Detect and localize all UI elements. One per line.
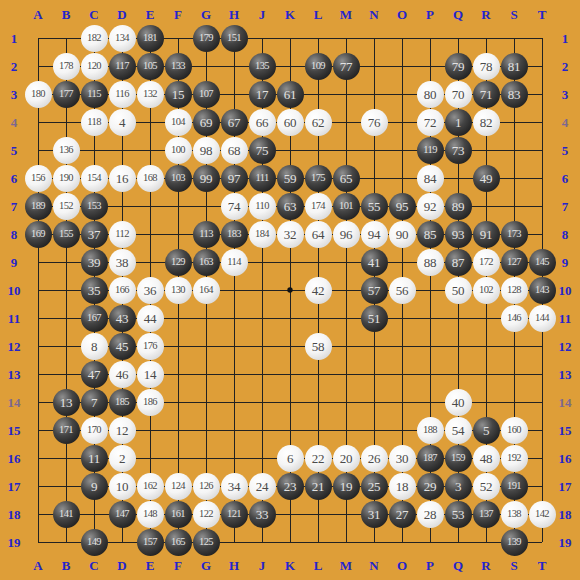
move-number: 52 — [480, 480, 492, 493]
white-stone-O8[interactable]: 90 — [389, 221, 416, 248]
move-number: 98 — [200, 144, 212, 157]
row-label-right-15: 15 — [559, 424, 572, 437]
white-stone-R10[interactable]: 102 — [473, 277, 500, 304]
row-label-right-14: 14 — [559, 396, 572, 409]
white-stone-M16[interactable]: 20 — [333, 445, 360, 472]
white-stone-P9[interactable]: 88 — [417, 249, 444, 276]
black-stone-M6[interactable]: 65 — [333, 165, 360, 192]
black-stone-F6[interactable]: 103 — [165, 165, 192, 192]
move-number: 70 — [452, 88, 464, 101]
white-stone-H9[interactable]: 114 — [221, 249, 248, 276]
white-stone-H17[interactable]: 34 — [221, 473, 248, 500]
black-stone-N9[interactable]: 41 — [361, 249, 388, 276]
white-stone-S11[interactable]: 146 — [501, 305, 528, 332]
black-stone-A7[interactable]: 189 — [25, 193, 52, 220]
white-stone-J4[interactable]: 66 — [249, 109, 276, 136]
white-stone-E17[interactable]: 162 — [137, 473, 164, 500]
move-number: 119 — [423, 145, 437, 156]
black-stone-B3[interactable]: 177 — [53, 81, 80, 108]
white-stone-A6[interactable]: 156 — [25, 165, 52, 192]
black-stone-C8[interactable]: 37 — [81, 221, 108, 248]
black-stone-S8[interactable]: 173 — [501, 221, 528, 248]
black-stone-T10[interactable]: 143 — [529, 277, 556, 304]
white-stone-P18[interactable]: 28 — [417, 501, 444, 528]
black-stone-C9[interactable]: 39 — [81, 249, 108, 276]
black-stone-B15[interactable]: 171 — [53, 417, 80, 444]
white-stone-E13[interactable]: 14 — [137, 361, 164, 388]
move-number: 144 — [535, 313, 549, 324]
white-stone-N8[interactable]: 94 — [361, 221, 388, 248]
white-stone-E14[interactable]: 186 — [137, 389, 164, 416]
black-stone-F2[interactable]: 133 — [165, 53, 192, 80]
white-stone-O16[interactable]: 30 — [389, 445, 416, 472]
row-label-right-2: 2 — [562, 60, 569, 73]
black-stone-G19[interactable]: 125 — [193, 529, 220, 556]
white-stone-E12[interactable]: 176 — [137, 333, 164, 360]
black-stone-F18[interactable]: 161 — [165, 501, 192, 528]
white-stone-J8[interactable]: 184 — [249, 221, 276, 248]
white-stone-C2[interactable]: 120 — [81, 53, 108, 80]
move-number: 178 — [59, 61, 73, 72]
white-stone-R2[interactable]: 78 — [473, 53, 500, 80]
black-stone-J6[interactable]: 111 — [249, 165, 276, 192]
black-stone-C11[interactable]: 167 — [81, 305, 108, 332]
black-stone-R15[interactable]: 5 — [473, 417, 500, 444]
black-stone-C17[interactable]: 9 — [81, 473, 108, 500]
row-label-right-17: 17 — [559, 480, 572, 493]
row-label-left-12: 12 — [8, 340, 21, 353]
black-stone-D18[interactable]: 147 — [109, 501, 136, 528]
row-label-left-14: 14 — [8, 396, 21, 409]
move-number: 58 — [312, 340, 324, 353]
col-label-top-N: N — [369, 8, 378, 21]
white-stone-M8[interactable]: 96 — [333, 221, 360, 248]
black-stone-M17[interactable]: 19 — [333, 473, 360, 500]
white-stone-D1[interactable]: 134 — [109, 25, 136, 52]
black-stone-O7[interactable]: 95 — [389, 193, 416, 220]
row-label-left-18: 18 — [8, 508, 21, 521]
white-stone-B6[interactable]: 190 — [53, 165, 80, 192]
white-stone-G10[interactable]: 164 — [193, 277, 220, 304]
black-stone-E2[interactable]: 105 — [137, 53, 164, 80]
black-stone-Q17[interactable]: 3 — [445, 473, 472, 500]
white-stone-G5[interactable]: 98 — [193, 137, 220, 164]
black-stone-J5[interactable]: 75 — [249, 137, 276, 164]
move-number: 42 — [312, 284, 324, 297]
move-number: 181 — [143, 33, 157, 44]
black-stone-B8[interactable]: 155 — [53, 221, 80, 248]
white-stone-S18[interactable]: 138 — [501, 501, 528, 528]
black-stone-D11[interactable]: 43 — [109, 305, 136, 332]
white-stone-Q14[interactable]: 40 — [445, 389, 472, 416]
black-stone-P8[interactable]: 85 — [417, 221, 444, 248]
black-stone-R8[interactable]: 91 — [473, 221, 500, 248]
white-stone-D4[interactable]: 4 — [109, 109, 136, 136]
move-number: 126 — [199, 481, 213, 492]
black-stone-C19[interactable]: 149 — [81, 529, 108, 556]
col-label-top-R: R — [481, 8, 490, 21]
move-number: 67 — [228, 116, 240, 129]
black-stone-J3[interactable]: 17 — [249, 81, 276, 108]
move-number: 185 — [115, 397, 129, 408]
black-stone-H8[interactable]: 183 — [221, 221, 248, 248]
move-number: 129 — [171, 257, 185, 268]
move-number: 13 — [60, 396, 72, 409]
white-stone-F5[interactable]: 100 — [165, 137, 192, 164]
move-number: 145 — [535, 257, 549, 268]
move-number: 2 — [119, 452, 125, 465]
black-stone-F3[interactable]: 15 — [165, 81, 192, 108]
black-stone-P17[interactable]: 29 — [417, 473, 444, 500]
black-stone-B18[interactable]: 141 — [53, 501, 80, 528]
white-stone-L8[interactable]: 64 — [305, 221, 332, 248]
move-number: 60 — [284, 116, 296, 129]
black-stone-N17[interactable]: 25 — [361, 473, 388, 500]
move-number: 87 — [452, 256, 464, 269]
black-stone-E19[interactable]: 157 — [137, 529, 164, 556]
black-stone-P16[interactable]: 187 — [417, 445, 444, 472]
black-stone-C10[interactable]: 35 — [81, 277, 108, 304]
black-stone-C14[interactable]: 7 — [81, 389, 108, 416]
white-stone-C1[interactable]: 182 — [81, 25, 108, 52]
white-stone-K4[interactable]: 60 — [277, 109, 304, 136]
white-stone-G17[interactable]: 126 — [193, 473, 220, 500]
move-number: 77 — [340, 60, 352, 73]
move-number: 130 — [171, 285, 185, 296]
move-number: 6 — [287, 452, 293, 465]
white-stone-L12[interactable]: 58 — [305, 333, 332, 360]
black-stone-J18[interactable]: 33 — [249, 501, 276, 528]
white-stone-N16[interactable]: 26 — [361, 445, 388, 472]
move-number: 30 — [396, 452, 408, 465]
black-stone-F9[interactable]: 129 — [165, 249, 192, 276]
move-number: 184 — [255, 229, 269, 240]
move-number: 192 — [507, 453, 521, 464]
move-number: 69 — [200, 116, 212, 129]
white-stone-E11[interactable]: 44 — [137, 305, 164, 332]
move-number: 61 — [284, 88, 296, 101]
move-number: 191 — [507, 481, 521, 492]
white-stone-P15[interactable]: 188 — [417, 417, 444, 444]
white-stone-K8[interactable]: 32 — [277, 221, 304, 248]
move-number: 15 — [172, 88, 184, 101]
black-stone-N10[interactable]: 57 — [361, 277, 388, 304]
row-label-left-8: 8 — [11, 228, 18, 241]
white-stone-D9[interactable]: 38 — [109, 249, 136, 276]
black-stone-O18[interactable]: 27 — [389, 501, 416, 528]
white-stone-S10[interactable]: 128 — [501, 277, 528, 304]
black-stone-Q16[interactable]: 159 — [445, 445, 472, 472]
black-stone-G4[interactable]: 69 — [193, 109, 220, 136]
move-number: 113 — [199, 229, 213, 240]
black-stone-C7[interactable]: 153 — [81, 193, 108, 220]
move-number: 79 — [452, 60, 464, 73]
white-stone-K16[interactable]: 6 — [277, 445, 304, 472]
go-board[interactable]: ABCDEFGHJKLMNOPQRST ABCDEFGHJKLMNOPQRST … — [0, 0, 580, 580]
move-number: 110 — [255, 201, 269, 212]
move-number: 174 — [311, 201, 325, 212]
black-stone-Q8[interactable]: 93 — [445, 221, 472, 248]
move-number: 165 — [171, 537, 185, 548]
black-stone-K6[interactable]: 59 — [277, 165, 304, 192]
white-stone-E10[interactable]: 36 — [137, 277, 164, 304]
black-stone-H6[interactable]: 97 — [221, 165, 248, 192]
col-label-bottom-H: H — [229, 559, 239, 572]
white-stone-L7[interactable]: 174 — [305, 193, 332, 220]
move-number: 10 — [116, 480, 128, 493]
black-stone-T9[interactable]: 145 — [529, 249, 556, 276]
move-number: 38 — [116, 256, 128, 269]
black-stone-C3[interactable]: 115 — [81, 81, 108, 108]
move-number: 48 — [480, 452, 492, 465]
row-label-left-11: 11 — [8, 312, 20, 325]
white-stone-L16[interactable]: 22 — [305, 445, 332, 472]
white-stone-H5[interactable]: 68 — [221, 137, 248, 164]
move-number: 11 — [88, 452, 100, 465]
black-stone-L17[interactable]: 21 — [305, 473, 332, 500]
black-stone-Q7[interactable]: 89 — [445, 193, 472, 220]
black-stone-J2[interactable]: 135 — [249, 53, 276, 80]
row-label-right-10: 10 — [559, 284, 572, 297]
black-stone-G1[interactable]: 179 — [193, 25, 220, 52]
col-label-bottom-C: C — [89, 559, 98, 572]
white-stone-R4[interactable]: 82 — [473, 109, 500, 136]
black-stone-F19[interactable]: 165 — [165, 529, 192, 556]
col-label-top-B: B — [62, 8, 71, 21]
black-stone-Q9[interactable]: 87 — [445, 249, 472, 276]
black-stone-N7[interactable]: 55 — [361, 193, 388, 220]
black-stone-Q2[interactable]: 79 — [445, 53, 472, 80]
move-number: 4 — [119, 116, 125, 129]
black-stone-S3[interactable]: 83 — [501, 81, 528, 108]
move-number: 156 — [31, 173, 45, 184]
black-stone-S9[interactable]: 127 — [501, 249, 528, 276]
move-number: 35 — [88, 284, 100, 297]
move-number: 107 — [199, 89, 213, 100]
white-stone-D6[interactable]: 16 — [109, 165, 136, 192]
col-label-bottom-L: L — [314, 559, 323, 572]
move-number: 142 — [535, 509, 549, 520]
black-stone-Q5[interactable]: 73 — [445, 137, 472, 164]
black-stone-G6[interactable]: 99 — [193, 165, 220, 192]
black-stone-C13[interactable]: 47 — [81, 361, 108, 388]
black-stone-L2[interactable]: 109 — [305, 53, 332, 80]
white-stone-T11[interactable]: 144 — [529, 305, 556, 332]
move-number: 90 — [396, 228, 408, 241]
black-stone-Q4[interactable]: 1 — [445, 109, 472, 136]
move-number: 167 — [87, 313, 101, 324]
move-number: 14 — [144, 368, 156, 381]
white-stone-Q3[interactable]: 70 — [445, 81, 472, 108]
move-number: 92 — [424, 200, 436, 213]
white-stone-N4[interactable]: 76 — [361, 109, 388, 136]
black-stone-M2[interactable]: 77 — [333, 53, 360, 80]
move-number: 8 — [91, 340, 97, 353]
move-number: 55 — [368, 200, 380, 213]
row-label-left-9: 9 — [11, 256, 18, 269]
white-stone-H7[interactable]: 74 — [221, 193, 248, 220]
move-number: 128 — [507, 285, 521, 296]
white-stone-R9[interactable]: 172 — [473, 249, 500, 276]
move-number: 149 — [87, 537, 101, 548]
black-stone-D12[interactable]: 45 — [109, 333, 136, 360]
col-label-top-M: M — [340, 8, 352, 21]
white-stone-D10[interactable]: 166 — [109, 277, 136, 304]
move-number: 99 — [200, 172, 212, 185]
move-number: 26 — [368, 452, 380, 465]
white-stone-R16[interactable]: 48 — [473, 445, 500, 472]
move-number: 187 — [423, 453, 437, 464]
move-number: 82 — [480, 116, 492, 129]
col-label-top-D: D — [117, 8, 126, 21]
white-stone-D16[interactable]: 2 — [109, 445, 136, 472]
white-stone-C4[interactable]: 118 — [81, 109, 108, 136]
row-label-left-13: 13 — [8, 368, 21, 381]
black-stone-A8[interactable]: 169 — [25, 221, 52, 248]
white-stone-G18[interactable]: 122 — [193, 501, 220, 528]
move-number: 141 — [59, 509, 73, 520]
move-number: 133 — [171, 61, 185, 72]
move-number: 95 — [396, 200, 408, 213]
black-stone-N18[interactable]: 31 — [361, 501, 388, 528]
col-label-bottom-G: G — [201, 559, 211, 572]
move-number: 153 — [87, 201, 101, 212]
white-stone-F10[interactable]: 130 — [165, 277, 192, 304]
row-label-right-12: 12 — [559, 340, 572, 353]
black-stone-K3[interactable]: 61 — [277, 81, 304, 108]
col-label-bottom-S: S — [510, 559, 517, 572]
black-stone-S19[interactable]: 139 — [501, 529, 528, 556]
row-label-left-7: 7 — [11, 200, 18, 213]
move-number: 91 — [480, 228, 492, 241]
white-stone-D3[interactable]: 116 — [109, 81, 136, 108]
white-stone-D8[interactable]: 112 — [109, 221, 136, 248]
black-stone-R6[interactable]: 49 — [473, 165, 500, 192]
white-stone-E6[interactable]: 168 — [137, 165, 164, 192]
black-stone-K17[interactable]: 23 — [277, 473, 304, 500]
black-stone-S17[interactable]: 191 — [501, 473, 528, 500]
black-stone-H18[interactable]: 121 — [221, 501, 248, 528]
move-number: 9 — [91, 480, 97, 493]
row-label-right-7: 7 — [562, 200, 569, 213]
white-stone-C12[interactable]: 8 — [81, 333, 108, 360]
move-number: 32 — [284, 228, 296, 241]
white-stone-P7[interactable]: 92 — [417, 193, 444, 220]
white-stone-T18[interactable]: 142 — [529, 501, 556, 528]
white-stone-S15[interactable]: 160 — [501, 417, 528, 444]
move-number: 29 — [424, 480, 436, 493]
white-stone-F4[interactable]: 104 — [165, 109, 192, 136]
white-stone-A3[interactable]: 180 — [25, 81, 52, 108]
move-number: 161 — [171, 509, 185, 520]
black-stone-R3[interactable]: 71 — [473, 81, 500, 108]
white-stone-Q15[interactable]: 54 — [445, 417, 472, 444]
black-stone-H4[interactable]: 67 — [221, 109, 248, 136]
move-number: 182 — [87, 33, 101, 44]
white-stone-E18[interactable]: 148 — [137, 501, 164, 528]
move-number: 78 — [480, 60, 492, 73]
move-number: 88 — [424, 256, 436, 269]
white-stone-S16[interactable]: 192 — [501, 445, 528, 472]
move-number: 16 — [116, 172, 128, 185]
row-label-right-5: 5 — [562, 144, 569, 157]
white-stone-Q10[interactable]: 50 — [445, 277, 472, 304]
white-stone-C6[interactable]: 154 — [81, 165, 108, 192]
col-label-top-O: O — [397, 8, 407, 21]
row-label-right-6: 6 — [562, 172, 569, 185]
move-number: 112 — [115, 229, 129, 240]
col-label-top-H: H — [229, 8, 239, 21]
move-number: 139 — [507, 537, 521, 548]
black-stone-K7[interactable]: 63 — [277, 193, 304, 220]
move-number: 54 — [452, 424, 464, 437]
black-stone-D14[interactable]: 185 — [109, 389, 136, 416]
black-stone-M7[interactable]: 101 — [333, 193, 360, 220]
white-stone-D17[interactable]: 10 — [109, 473, 136, 500]
white-stone-B7[interactable]: 152 — [53, 193, 80, 220]
move-number: 137 — [479, 509, 493, 520]
white-stone-P3[interactable]: 80 — [417, 81, 444, 108]
white-stone-O10[interactable]: 56 — [389, 277, 416, 304]
white-stone-R17[interactable]: 52 — [473, 473, 500, 500]
move-number: 73 — [452, 144, 464, 157]
black-stone-R18[interactable]: 137 — [473, 501, 500, 528]
white-stone-D15[interactable]: 12 — [109, 417, 136, 444]
white-stone-J7[interactable]: 110 — [249, 193, 276, 220]
col-label-bottom-J: J — [259, 559, 266, 572]
move-number: 117 — [115, 61, 129, 72]
white-stone-P6[interactable]: 84 — [417, 165, 444, 192]
white-stone-B2[interactable]: 178 — [53, 53, 80, 80]
white-stone-P4[interactable]: 72 — [417, 109, 444, 136]
move-number: 170 — [87, 425, 101, 436]
move-number: 124 — [171, 481, 185, 492]
black-stone-P5[interactable]: 119 — [417, 137, 444, 164]
black-stone-C16[interactable]: 11 — [81, 445, 108, 472]
black-stone-Q18[interactable]: 53 — [445, 501, 472, 528]
move-number: 27 — [396, 508, 408, 521]
white-stone-J17[interactable]: 24 — [249, 473, 276, 500]
white-stone-L10[interactable]: 42 — [305, 277, 332, 304]
black-stone-S2[interactable]: 81 — [501, 53, 528, 80]
star-point-K10 — [287, 287, 292, 292]
black-stone-L6[interactable]: 175 — [305, 165, 332, 192]
white-stone-E3[interactable]: 132 — [137, 81, 164, 108]
white-stone-F17[interactable]: 124 — [165, 473, 192, 500]
black-stone-G9[interactable]: 163 — [193, 249, 220, 276]
black-stone-N11[interactable]: 51 — [361, 305, 388, 332]
black-stone-B14[interactable]: 13 — [53, 389, 80, 416]
white-stone-O17[interactable]: 18 — [389, 473, 416, 500]
row-label-left-16: 16 — [8, 452, 21, 465]
move-number: 168 — [143, 173, 157, 184]
move-number: 96 — [340, 228, 352, 241]
black-stone-E1[interactable]: 181 — [137, 25, 164, 52]
black-stone-G3[interactable]: 107 — [193, 81, 220, 108]
white-stone-C15[interactable]: 170 — [81, 417, 108, 444]
col-label-top-F: F — [174, 8, 182, 21]
move-number: 109 — [311, 61, 325, 72]
white-stone-B5[interactable]: 136 — [53, 137, 80, 164]
black-stone-H1[interactable]: 151 — [221, 25, 248, 52]
black-stone-G8[interactable]: 113 — [193, 221, 220, 248]
move-number: 28 — [424, 508, 436, 521]
white-stone-L4[interactable]: 62 — [305, 109, 332, 136]
black-stone-D2[interactable]: 117 — [109, 53, 136, 80]
move-number: 7 — [91, 396, 97, 409]
move-number: 94 — [368, 228, 380, 241]
white-stone-D13[interactable]: 46 — [109, 361, 136, 388]
